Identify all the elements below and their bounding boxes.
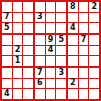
- cell-r3c2[interactable]: [13, 23, 23, 33]
- cell-r5c3[interactable]: [23, 46, 33, 56]
- cell-r4c3[interactable]: [23, 35, 33, 45]
- cell-r4c5[interactable]: 9: [46, 35, 56, 45]
- cell-r2c7[interactable]: [68, 13, 78, 23]
- cell-r4c4[interactable]: [35, 35, 45, 45]
- cell-r9c4[interactable]: [35, 89, 45, 99]
- cell-r8c3[interactable]: [23, 79, 33, 89]
- cell-r7c8[interactable]: [79, 68, 89, 78]
- cell-r2c9[interactable]: [89, 13, 99, 23]
- cell-r5c2[interactable]: 2: [13, 46, 23, 56]
- cell-r1c2[interactable]: [13, 2, 23, 12]
- cell-r3c5[interactable]: [46, 23, 56, 33]
- cell-r3c3[interactable]: [23, 23, 33, 33]
- cell-r6c9[interactable]: [89, 56, 99, 66]
- cell-r4c2[interactable]: [13, 35, 23, 45]
- cell-r4c6[interactable]: 5: [56, 35, 66, 45]
- cell-r5c4[interactable]: [35, 46, 45, 56]
- cell-r1c1[interactable]: [2, 2, 12, 12]
- cell-r7c4[interactable]: 7: [35, 68, 45, 78]
- cell-r2c4[interactable]: 3: [35, 13, 45, 23]
- cell-r6c5[interactable]: [46, 56, 56, 66]
- cell-r6c7[interactable]: [68, 56, 78, 66]
- cell-r1c9[interactable]: 2: [89, 2, 99, 12]
- cell-r8c5[interactable]: [46, 79, 56, 89]
- cell-r8c6[interactable]: [56, 79, 66, 89]
- cell-r8c7[interactable]: 2: [68, 79, 78, 89]
- cell-r6c8[interactable]: [79, 56, 89, 66]
- cell-r7c6[interactable]: 3: [56, 68, 66, 78]
- cell-r3c4[interactable]: [35, 23, 45, 33]
- cell-r1c8[interactable]: [79, 2, 89, 12]
- cell-r2c1[interactable]: 7: [2, 13, 12, 23]
- cell-r4c9[interactable]: [89, 35, 99, 45]
- cell-r4c7[interactable]: [68, 35, 78, 45]
- cell-r3c6[interactable]: [56, 23, 66, 33]
- cell-r5c6[interactable]: [56, 46, 66, 56]
- cell-r9c6[interactable]: [56, 89, 66, 99]
- cell-r7c9[interactable]: [89, 68, 99, 78]
- cell-r8c8[interactable]: [79, 79, 89, 89]
- cell-r4c8[interactable]: 7: [79, 35, 89, 45]
- cell-r3c9[interactable]: [89, 23, 99, 33]
- cell-r6c4[interactable]: [35, 56, 45, 66]
- cell-r9c8[interactable]: [79, 89, 89, 99]
- cell-r1c3[interactable]: [23, 2, 33, 12]
- cell-r1c6[interactable]: [56, 2, 66, 12]
- cell-r2c3[interactable]: [23, 13, 33, 23]
- cell-r7c1[interactable]: [2, 68, 12, 78]
- cell-r9c2[interactable]: [13, 89, 23, 99]
- cell-r5c9[interactable]: [89, 46, 99, 56]
- cell-r7c3[interactable]: [23, 68, 33, 78]
- cell-r7c5[interactable]: [46, 68, 56, 78]
- cell-r3c8[interactable]: [79, 23, 89, 33]
- cell-r2c8[interactable]: [79, 13, 89, 23]
- cell-r1c7[interactable]: 8: [68, 2, 78, 12]
- cell-r7c7[interactable]: [68, 68, 78, 78]
- cell-r8c9[interactable]: [89, 79, 99, 89]
- cell-r5c5[interactable]: 4: [46, 46, 56, 56]
- cell-r4c1[interactable]: [2, 35, 12, 45]
- cell-r6c1[interactable]: [2, 56, 12, 66]
- cell-r9c1[interactable]: 4: [2, 89, 12, 99]
- cell-r8c4[interactable]: 6: [35, 79, 45, 89]
- cell-r5c1[interactable]: [2, 46, 12, 56]
- cell-r8c2[interactable]: [13, 79, 23, 89]
- cell-r5c7[interactable]: [68, 46, 78, 56]
- cell-r2c2[interactable]: [13, 13, 23, 23]
- cell-r6c3[interactable]: [23, 56, 33, 66]
- cell-r2c6[interactable]: [56, 13, 66, 23]
- cell-r6c2[interactable]: 1: [13, 56, 23, 66]
- cell-r3c7[interactable]: 4: [68, 23, 78, 33]
- cell-r8c1[interactable]: [2, 79, 12, 89]
- cell-r6c6[interactable]: [56, 56, 66, 66]
- cell-r9c5[interactable]: [46, 89, 56, 99]
- cell-r5c8[interactable]: [79, 46, 89, 56]
- cell-r1c5[interactable]: [46, 2, 56, 12]
- cell-r1c4[interactable]: [35, 2, 45, 12]
- cell-r9c9[interactable]: [89, 89, 99, 99]
- cell-r9c7[interactable]: [68, 89, 78, 99]
- cell-r9c3[interactable]: [23, 89, 33, 99]
- cell-r3c1[interactable]: 5: [2, 23, 12, 33]
- sudoku-board: 82735495724173624: [0, 0, 101, 101]
- cell-r2c5[interactable]: [46, 13, 56, 23]
- cell-r7c2[interactable]: [13, 68, 23, 78]
